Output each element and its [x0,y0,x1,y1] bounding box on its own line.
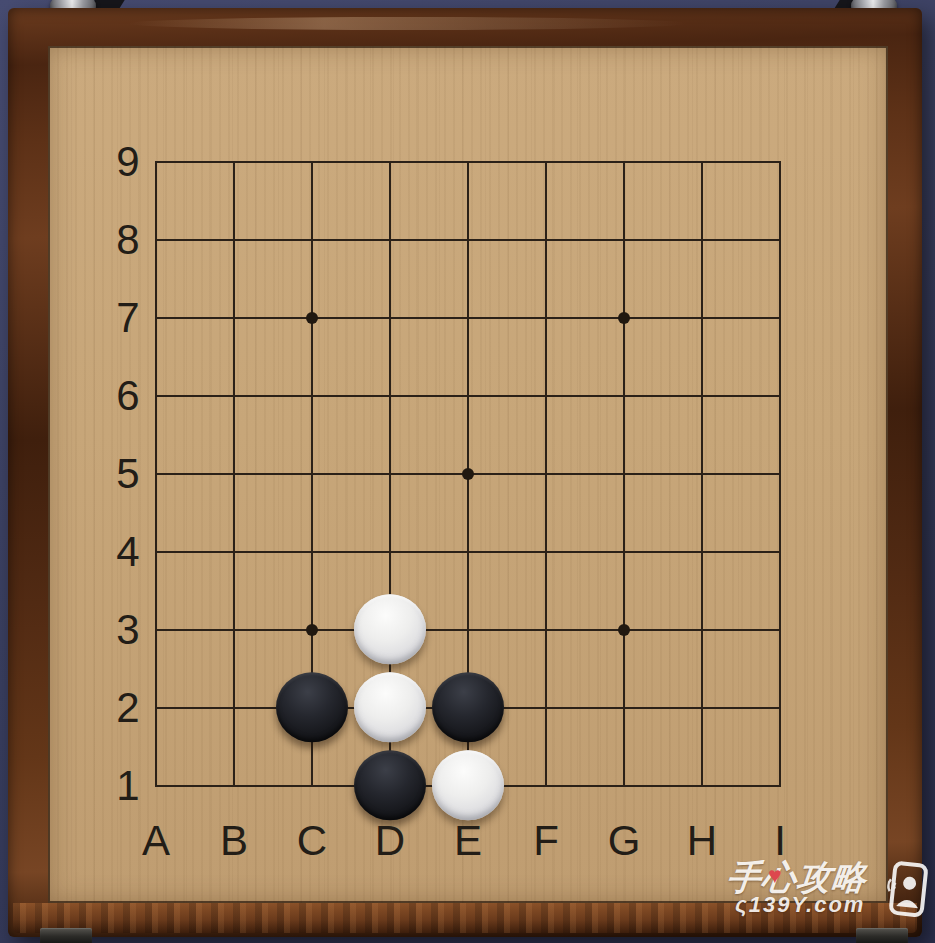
stone-white-D3[interactable] [354,594,426,664]
board-cell[interactable] [311,161,389,239]
board-cell[interactable] [155,317,233,395]
phone-icon [884,859,930,919]
board-cell[interactable] [701,317,779,395]
board-cell[interactable] [545,551,623,629]
board-cell[interactable] [545,317,623,395]
board-cell[interactable] [701,239,779,317]
board-cell[interactable] [311,395,389,473]
board-cell[interactable] [467,395,545,473]
board-cell[interactable] [623,629,701,707]
board-cell[interactable] [545,629,623,707]
board-cell[interactable] [545,239,623,317]
board-cell[interactable] [701,395,779,473]
board-cell[interactable] [701,707,779,785]
board-cell[interactable] [155,161,233,239]
board-cell[interactable] [389,317,467,395]
board-cell[interactable] [467,239,545,317]
board-cell[interactable] [155,395,233,473]
stone-black-D1[interactable] [354,750,426,820]
board-cell[interactable] [545,395,623,473]
stand-foot-left [40,928,92,943]
board-cell[interactable] [623,161,701,239]
board-cell[interactable] [467,161,545,239]
board-cell[interactable] [545,707,623,785]
board-cell[interactable] [155,629,233,707]
board-cell[interactable] [545,473,623,551]
board-cell[interactable] [233,161,311,239]
stone-black-C2[interactable] [276,672,348,742]
board-cell[interactable] [311,473,389,551]
board-cell[interactable] [701,629,779,707]
stand-foot-right [856,928,908,943]
board-cell[interactable] [467,317,545,395]
board-cell[interactable] [311,239,389,317]
board-cell[interactable] [155,551,233,629]
board-cell[interactable] [701,551,779,629]
board-cell[interactable] [233,473,311,551]
board-cell[interactable] [623,707,701,785]
watermark-site: ς139Y.com [735,892,865,918]
board-cell[interactable] [155,707,233,785]
board-cell[interactable] [389,473,467,551]
watermark: 手心攻略 ♥ ς139Y.com [727,855,927,929]
watermark-site-prefix: ς [735,892,749,917]
board-cell[interactable] [389,161,467,239]
board-cell[interactable] [623,317,701,395]
board-cell[interactable] [233,551,311,629]
board-cell[interactable] [623,239,701,317]
board-cell[interactable] [233,317,311,395]
go-board-scene: 987654321ABCDEFGHI 手心攻略 ♥ ς139Y.com [0,0,935,943]
board-cell[interactable] [389,239,467,317]
stone-white-E1[interactable] [432,750,504,820]
board-cell[interactable] [311,317,389,395]
board-cell[interactable] [701,161,779,239]
board-cell[interactable] [155,239,233,317]
board-cell[interactable] [467,473,545,551]
board-cell[interactable] [545,161,623,239]
board-cell[interactable] [155,473,233,551]
board-cell[interactable] [623,395,701,473]
board-cell[interactable] [623,551,701,629]
stone-white-D2[interactable] [354,672,426,742]
board-cell[interactable] [233,395,311,473]
board-cell[interactable] [389,395,467,473]
heart-icon: ♥ [768,862,782,889]
board-cell[interactable] [467,551,545,629]
board-cell[interactable] [623,473,701,551]
board-cell[interactable] [233,239,311,317]
board-cell[interactable] [701,473,779,551]
stone-black-E2[interactable] [432,672,504,742]
watermark-site-text: 139Y.com [749,892,866,917]
